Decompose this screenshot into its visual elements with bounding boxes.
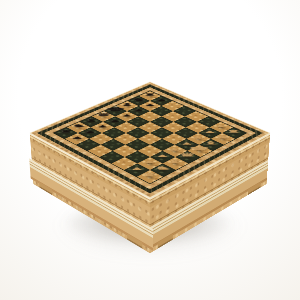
piece-black-pawn-b7[interactable]: ♟ <box>75 130 105 133</box>
scene-perspective: ♜♞♟♝♟♚♟♛♟♝♟♞♟♟♜♟♟♜♟♟♞♟♝♟♚♟♛♟♝♟♞♜ <box>0 0 300 300</box>
piece-black-pawn-h7[interactable]: ♟ <box>147 98 175 101</box>
square-c3[interactable] <box>138 145 163 157</box>
square-d3[interactable] <box>150 139 175 151</box>
square-b6[interactable] <box>89 133 113 145</box>
piece-black-rook-h8[interactable]: ♜ <box>136 93 164 96</box>
square-c4[interactable] <box>125 139 150 151</box>
chess-casket: ♜♞♟♝♟♚♟♛♟♝♟♞♟♟♜♟♟♜♟♟♞♟♝♟♚♟♛♟♝♟♞♜ <box>30 82 270 198</box>
light-stone-finial <box>114 106 118 107</box>
piece-white-pawn-h2[interactable]: ♟ <box>206 125 236 128</box>
piece-black-pawn-d7[interactable]: ♟ <box>100 119 129 122</box>
photo-stage: ♜♞♟♝♟♚♟♛♟♝♟♞♟♟♜♟♟♜♟♟♞♟♝♟♚♟♛♟♝♟♞♜ <box>0 0 300 300</box>
piece-black-pawn-c7[interactable]: ♟ <box>88 125 118 128</box>
square-d4[interactable] <box>138 133 162 145</box>
light-stone-finial <box>102 112 106 113</box>
square-b2[interactable] <box>137 157 163 170</box>
piece-white-rook-h1[interactable]: ♜ <box>219 129 250 133</box>
